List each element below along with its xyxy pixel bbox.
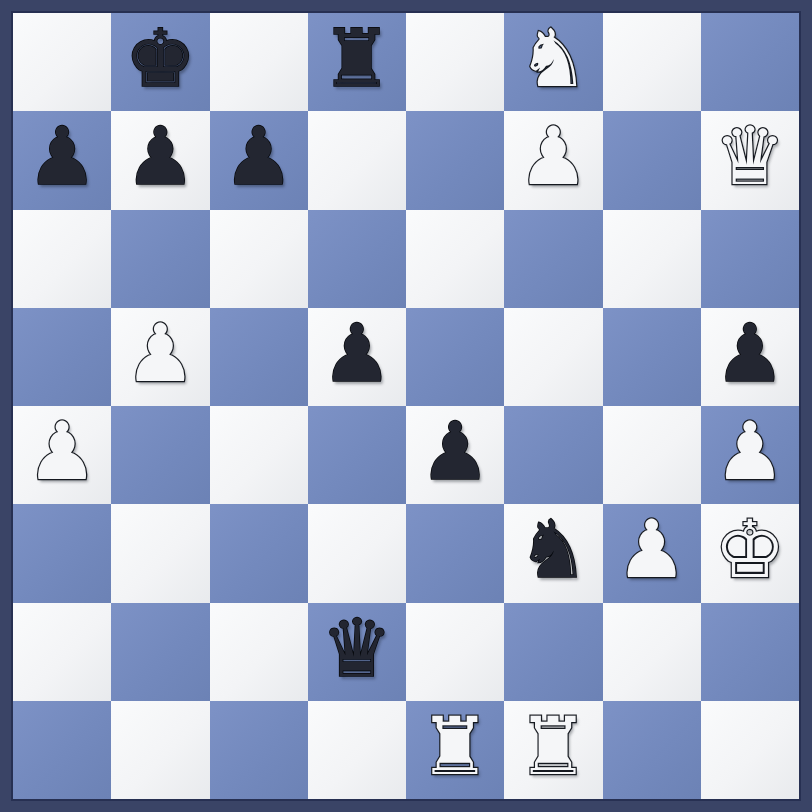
square-d3[interactable]	[308, 504, 406, 602]
piece-black-pawn[interactable]: ♟	[419, 412, 491, 492]
square-c4[interactable]	[210, 406, 308, 504]
square-f1[interactable]: ♜	[504, 701, 602, 799]
square-g8[interactable]	[603, 13, 701, 111]
piece-black-knight[interactable]: ♞	[518, 510, 590, 590]
square-d6[interactable]	[308, 210, 406, 308]
square-g3[interactable]: ♟	[603, 504, 701, 602]
piece-white-knight[interactable]: ♞	[518, 19, 590, 99]
square-g6[interactable]	[603, 210, 701, 308]
chess-app: ♚♜♞♟♟♟♟♛♟♟♟♟♟♟♞♟♚♛♜♜	[0, 0, 812, 812]
square-c7[interactable]: ♟	[210, 111, 308, 209]
piece-white-queen[interactable]: ♛	[714, 117, 786, 197]
square-e4[interactable]: ♟	[406, 406, 504, 504]
square-g4[interactable]	[603, 406, 701, 504]
square-e8[interactable]	[406, 13, 504, 111]
square-b3[interactable]	[111, 504, 209, 602]
piece-black-pawn[interactable]: ♟	[714, 314, 786, 394]
piece-white-pawn[interactable]: ♟	[26, 412, 98, 492]
square-h2[interactable]	[701, 603, 799, 701]
piece-black-pawn[interactable]: ♟	[125, 117, 197, 197]
piece-white-pawn[interactable]: ♟	[125, 314, 197, 394]
square-f7[interactable]: ♟	[504, 111, 602, 209]
piece-white-pawn[interactable]: ♟	[616, 510, 688, 590]
square-f3[interactable]: ♞	[504, 504, 602, 602]
piece-black-queen[interactable]: ♛	[321, 609, 393, 689]
square-d7[interactable]	[308, 111, 406, 209]
square-b8[interactable]: ♚	[111, 13, 209, 111]
square-d8[interactable]: ♜	[308, 13, 406, 111]
square-c2[interactable]	[210, 603, 308, 701]
square-c1[interactable]	[210, 701, 308, 799]
piece-black-pawn[interactable]: ♟	[26, 117, 98, 197]
piece-white-rook[interactable]: ♜	[518, 707, 590, 787]
square-e2[interactable]	[406, 603, 504, 701]
piece-white-rook[interactable]: ♜	[419, 707, 491, 787]
square-c5[interactable]	[210, 308, 308, 406]
square-b5[interactable]: ♟	[111, 308, 209, 406]
square-b4[interactable]	[111, 406, 209, 504]
square-h4[interactable]: ♟	[701, 406, 799, 504]
square-b2[interactable]	[111, 603, 209, 701]
square-e7[interactable]	[406, 111, 504, 209]
square-a2[interactable]	[13, 603, 111, 701]
square-c8[interactable]	[210, 13, 308, 111]
square-g7[interactable]	[603, 111, 701, 209]
square-a5[interactable]	[13, 308, 111, 406]
square-f8[interactable]: ♞	[504, 13, 602, 111]
square-h6[interactable]	[701, 210, 799, 308]
square-f5[interactable]	[504, 308, 602, 406]
square-b6[interactable]	[111, 210, 209, 308]
square-e5[interactable]	[406, 308, 504, 406]
square-a1[interactable]	[13, 701, 111, 799]
square-e6[interactable]	[406, 210, 504, 308]
square-a8[interactable]	[13, 13, 111, 111]
square-h3[interactable]: ♚	[701, 504, 799, 602]
square-d4[interactable]	[308, 406, 406, 504]
square-a3[interactable]	[13, 504, 111, 602]
square-f6[interactable]	[504, 210, 602, 308]
square-b1[interactable]	[111, 701, 209, 799]
square-c3[interactable]	[210, 504, 308, 602]
piece-black-king[interactable]: ♚	[125, 19, 197, 99]
square-h8[interactable]	[701, 13, 799, 111]
piece-black-rook[interactable]: ♜	[321, 19, 393, 99]
square-g2[interactable]	[603, 603, 701, 701]
piece-white-pawn[interactable]: ♟	[518, 117, 590, 197]
square-f4[interactable]	[504, 406, 602, 504]
board-frame: ♚♜♞♟♟♟♟♛♟♟♟♟♟♟♞♟♚♛♜♜	[0, 0, 812, 812]
piece-white-pawn[interactable]: ♟	[714, 412, 786, 492]
square-a6[interactable]	[13, 210, 111, 308]
square-d5[interactable]: ♟	[308, 308, 406, 406]
square-h5[interactable]: ♟	[701, 308, 799, 406]
square-c6[interactable]	[210, 210, 308, 308]
square-g5[interactable]	[603, 308, 701, 406]
piece-black-pawn[interactable]: ♟	[321, 314, 393, 394]
piece-black-pawn[interactable]: ♟	[223, 117, 295, 197]
square-e3[interactable]	[406, 504, 504, 602]
square-d1[interactable]	[308, 701, 406, 799]
piece-white-king[interactable]: ♚	[714, 510, 786, 590]
square-a7[interactable]: ♟	[13, 111, 111, 209]
square-h1[interactable]	[701, 701, 799, 799]
square-h7[interactable]: ♛	[701, 111, 799, 209]
square-f2[interactable]	[504, 603, 602, 701]
square-b7[interactable]: ♟	[111, 111, 209, 209]
square-d2[interactable]: ♛	[308, 603, 406, 701]
chess-board: ♚♜♞♟♟♟♟♛♟♟♟♟♟♟♞♟♚♛♜♜	[13, 13, 799, 799]
square-g1[interactable]	[603, 701, 701, 799]
square-a4[interactable]: ♟	[13, 406, 111, 504]
square-e1[interactable]: ♜	[406, 701, 504, 799]
